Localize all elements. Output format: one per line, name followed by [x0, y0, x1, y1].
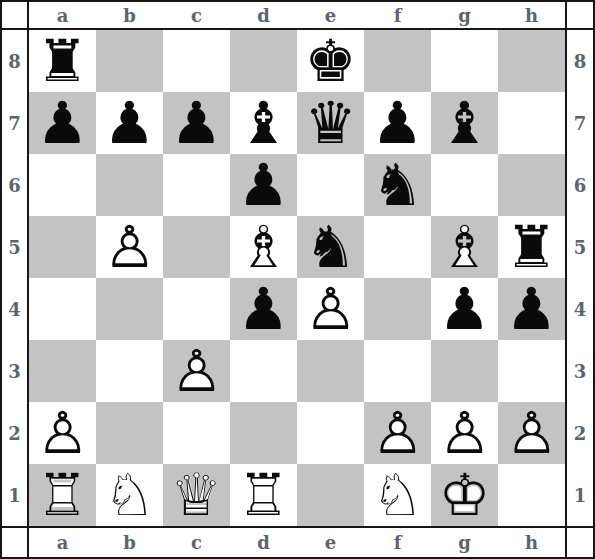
black-pawn-h4: ♟ — [498, 278, 565, 340]
file-label-bottom-d: d — [230, 528, 297, 557]
rank-labels-left: 87654321 — [2, 30, 27, 526]
black-king-e8: ♚ — [297, 30, 364, 92]
square-f1[interactable]: ♞♘ — [364, 464, 431, 526]
piece-outline: ♙ — [498, 402, 565, 464]
square-d1[interactable]: ♜♖ — [230, 464, 297, 526]
square-c1[interactable]: ♛♕ — [163, 464, 230, 526]
square-b5[interactable]: ♟♙ — [96, 216, 163, 278]
piece-outline: ♙ — [431, 402, 498, 464]
rank-label-right-8: 8 — [567, 30, 593, 92]
piece-outline: ♕ — [163, 464, 230, 526]
piece-glyph: ♟ — [163, 92, 230, 154]
square-h3[interactable] — [498, 340, 565, 402]
piece-outline: ♔ — [431, 464, 498, 526]
piece-glyph: ♟ — [29, 92, 96, 154]
square-e3[interactable] — [297, 340, 364, 402]
file-label-top-d: d — [230, 2, 297, 28]
chess-diagram: abcdefgh 87654321 ♜♚♟♟♟♝♛♟♝♟♞♟♙♝♗♞♝♗♜♟♟♙… — [0, 0, 595, 559]
square-c6[interactable] — [163, 154, 230, 216]
black-pawn-d6: ♟ — [230, 154, 297, 216]
square-a4[interactable] — [29, 278, 96, 340]
square-c5[interactable] — [163, 216, 230, 278]
square-d2[interactable] — [230, 402, 297, 464]
square-a8[interactable]: ♜ — [29, 30, 96, 92]
file-labels-top: abcdefgh — [29, 2, 565, 28]
piece-outline: ♘ — [364, 464, 431, 526]
file-label-top-e: e — [297, 2, 364, 28]
square-g8[interactable] — [431, 30, 498, 92]
piece-glyph: ♟ — [364, 92, 431, 154]
square-c3[interactable]: ♟♙ — [163, 340, 230, 402]
square-g1[interactable]: ♚♔ — [431, 464, 498, 526]
rank-label-right-1: 1 — [567, 464, 593, 526]
black-pawn-a7: ♟ — [29, 92, 96, 154]
rank-label-left-5: 5 — [2, 216, 27, 278]
square-d8[interactable] — [230, 30, 297, 92]
black-queen-e7: ♛ — [297, 92, 364, 154]
chess-board: ♜♚♟♟♟♝♛♟♝♟♞♟♙♝♗♞♝♗♜♟♟♙♟♟♟♙♟♙♟♙♟♙♟♙♜♖♞♘♛♕… — [29, 30, 565, 526]
rank-label-left-6: 6 — [2, 154, 27, 216]
white-rook-d1: ♜♖ — [230, 464, 297, 526]
square-d3[interactable] — [230, 340, 297, 402]
square-c8[interactable] — [163, 30, 230, 92]
black-pawn-g4: ♟ — [431, 278, 498, 340]
black-rook-a8: ♜ — [29, 30, 96, 92]
square-c7[interactable]: ♟ — [163, 92, 230, 154]
rank-label-right-7: 7 — [567, 92, 593, 154]
square-h5[interactable]: ♜ — [498, 216, 565, 278]
square-f8[interactable] — [364, 30, 431, 92]
square-f7[interactable]: ♟ — [364, 92, 431, 154]
white-pawn-e4: ♟♙ — [297, 278, 364, 340]
square-e6[interactable] — [297, 154, 364, 216]
piece-glyph: ♟ — [230, 278, 297, 340]
piece-glyph: ♝ — [230, 92, 297, 154]
square-e5[interactable]: ♞ — [297, 216, 364, 278]
square-d6[interactable]: ♟ — [230, 154, 297, 216]
piece-glyph: ♚ — [297, 30, 364, 92]
board-frame-line-top — [2, 28, 593, 30]
square-b4[interactable] — [96, 278, 163, 340]
square-h6[interactable] — [498, 154, 565, 216]
piece-glyph: ♜ — [29, 30, 96, 92]
white-knight-b1: ♞♘ — [96, 464, 163, 526]
piece-glyph: ♞ — [297, 216, 364, 278]
file-label-bottom-a: a — [29, 528, 96, 557]
rank-label-left-1: 1 — [2, 464, 27, 526]
rank-label-left-4: 4 — [2, 278, 27, 340]
square-g3[interactable] — [431, 340, 498, 402]
square-h8[interactable] — [498, 30, 565, 92]
piece-glyph: ♟ — [230, 154, 297, 216]
black-bishop-g7: ♝ — [431, 92, 498, 154]
square-h2[interactable]: ♟♙ — [498, 402, 565, 464]
piece-glyph: ♛ — [297, 92, 364, 154]
black-pawn-f7: ♟ — [364, 92, 431, 154]
rank-label-right-3: 3 — [567, 340, 593, 402]
file-label-top-a: a — [29, 2, 96, 28]
square-g5[interactable]: ♝♗ — [431, 216, 498, 278]
black-pawn-c7: ♟ — [163, 92, 230, 154]
white-king-g1: ♚♔ — [431, 464, 498, 526]
black-bishop-d7: ♝ — [230, 92, 297, 154]
white-queen-c1: ♛♕ — [163, 464, 230, 526]
square-a7[interactable]: ♟ — [29, 92, 96, 154]
piece-glyph: ♟ — [96, 92, 163, 154]
white-pawn-h2: ♟♙ — [498, 402, 565, 464]
board-frame-line-left — [27, 2, 29, 557]
square-g2[interactable]: ♟♙ — [431, 402, 498, 464]
piece-outline: ♖ — [230, 464, 297, 526]
white-rook-a1: ♜♖ — [29, 464, 96, 526]
file-label-top-b: b — [96, 2, 163, 28]
file-label-top-c: c — [163, 2, 230, 28]
piece-glyph: ♜ — [498, 216, 565, 278]
piece-outline: ♙ — [297, 278, 364, 340]
black-pawn-b7: ♟ — [96, 92, 163, 154]
square-e8[interactable]: ♚ — [297, 30, 364, 92]
rank-label-right-6: 6 — [567, 154, 593, 216]
board-frame-line-right — [565, 2, 567, 557]
board-frame-line-bottom — [2, 526, 593, 528]
piece-outline: ♗ — [431, 216, 498, 278]
piece-outline: ♙ — [163, 340, 230, 402]
file-label-bottom-h: h — [498, 528, 565, 557]
rank-label-left-8: 8 — [2, 30, 27, 92]
white-pawn-c3: ♟♙ — [163, 340, 230, 402]
square-d7[interactable]: ♝ — [230, 92, 297, 154]
square-d4[interactable]: ♟ — [230, 278, 297, 340]
piece-outline: ♙ — [364, 402, 431, 464]
rank-labels-right: 87654321 — [567, 30, 593, 526]
piece-outline: ♙ — [29, 402, 96, 464]
white-bishop-d5: ♝♗ — [230, 216, 297, 278]
square-g6[interactable] — [431, 154, 498, 216]
square-h7[interactable] — [498, 92, 565, 154]
square-f2[interactable]: ♟♙ — [364, 402, 431, 464]
piece-glyph: ♝ — [431, 92, 498, 154]
square-c2[interactable] — [163, 402, 230, 464]
square-e2[interactable] — [297, 402, 364, 464]
white-pawn-g2: ♟♙ — [431, 402, 498, 464]
square-e7[interactable]: ♛ — [297, 92, 364, 154]
square-a6[interactable] — [29, 154, 96, 216]
black-knight-e5: ♞ — [297, 216, 364, 278]
square-h1[interactable] — [498, 464, 565, 526]
file-label-top-h: h — [498, 2, 565, 28]
black-pawn-d4: ♟ — [230, 278, 297, 340]
square-g7[interactable]: ♝ — [431, 92, 498, 154]
square-b6[interactable] — [96, 154, 163, 216]
file-label-bottom-c: c — [163, 528, 230, 557]
black-rook-h5: ♜ — [498, 216, 565, 278]
square-f6[interactable]: ♞ — [364, 154, 431, 216]
piece-glyph: ♟ — [431, 278, 498, 340]
rank-label-left-2: 2 — [2, 402, 27, 464]
white-bishop-g5: ♝♗ — [431, 216, 498, 278]
piece-outline: ♘ — [96, 464, 163, 526]
file-label-top-g: g — [431, 2, 498, 28]
white-pawn-b5: ♟♙ — [96, 216, 163, 278]
file-label-bottom-g: g — [431, 528, 498, 557]
piece-outline: ♗ — [230, 216, 297, 278]
square-f4[interactable] — [364, 278, 431, 340]
white-pawn-f2: ♟♙ — [364, 402, 431, 464]
square-a2[interactable]: ♟♙ — [29, 402, 96, 464]
file-label-top-f: f — [364, 2, 431, 28]
square-g4[interactable]: ♟ — [431, 278, 498, 340]
file-labels-bottom: abcdefgh — [29, 528, 565, 557]
black-knight-f6: ♞ — [364, 154, 431, 216]
square-b8[interactable] — [96, 30, 163, 92]
rank-label-left-3: 3 — [2, 340, 27, 402]
rank-label-right-5: 5 — [567, 216, 593, 278]
square-a3[interactable] — [29, 340, 96, 402]
square-c4[interactable] — [163, 278, 230, 340]
square-b7[interactable]: ♟ — [96, 92, 163, 154]
square-e1[interactable] — [297, 464, 364, 526]
piece-glyph: ♟ — [498, 278, 565, 340]
rank-label-right-4: 4 — [567, 278, 593, 340]
square-a5[interactable] — [29, 216, 96, 278]
file-label-bottom-f: f — [364, 528, 431, 557]
piece-outline: ♙ — [96, 216, 163, 278]
rank-label-left-7: 7 — [2, 92, 27, 154]
square-e4[interactable]: ♟♙ — [297, 278, 364, 340]
square-b1[interactable]: ♞♘ — [96, 464, 163, 526]
file-label-bottom-b: b — [96, 528, 163, 557]
file-label-bottom-e: e — [297, 528, 364, 557]
square-b2[interactable] — [96, 402, 163, 464]
white-knight-f1: ♞♘ — [364, 464, 431, 526]
square-h4[interactable]: ♟ — [498, 278, 565, 340]
square-f3[interactable] — [364, 340, 431, 402]
white-pawn-a2: ♟♙ — [29, 402, 96, 464]
piece-outline: ♖ — [29, 464, 96, 526]
square-f5[interactable] — [364, 216, 431, 278]
piece-glyph: ♞ — [364, 154, 431, 216]
square-d5[interactable]: ♝♗ — [230, 216, 297, 278]
square-b3[interactable] — [96, 340, 163, 402]
rank-label-right-2: 2 — [567, 402, 593, 464]
square-a1[interactable]: ♜♖ — [29, 464, 96, 526]
